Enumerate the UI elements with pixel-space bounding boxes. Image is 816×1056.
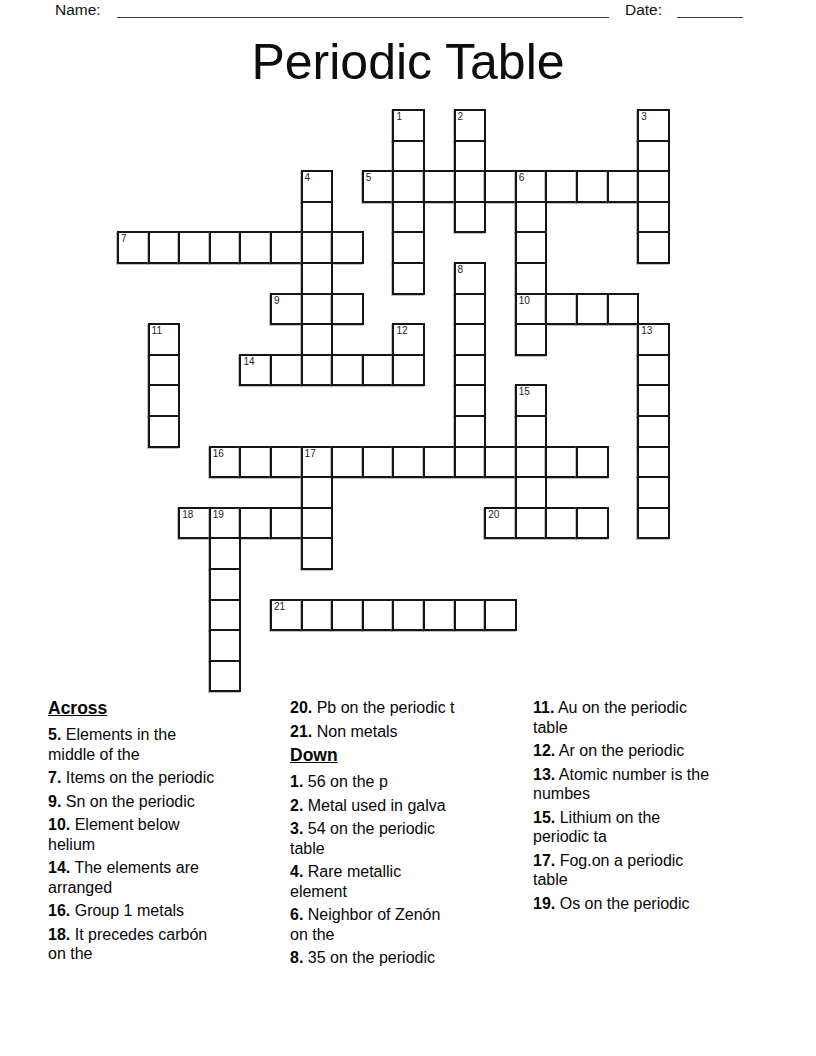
clue-down-15: 15. Lithium on theperiodic ta — [533, 808, 763, 847]
grid-cell-r16c3[interactable] — [209, 599, 242, 632]
grid-cell-r9c1[interactable] — [148, 384, 181, 417]
grid-cell-r10c13[interactable] — [515, 415, 548, 448]
grid-cell-r8c17[interactable] — [637, 354, 670, 387]
grid-cell-r13c17[interactable] — [637, 507, 670, 540]
grid-cell-r1c17[interactable] — [637, 140, 670, 173]
grid-cell-r2c6[interactable]: 4 — [301, 170, 334, 203]
grid-cell-r9c11[interactable] — [454, 384, 487, 417]
grid-number-2: 2 — [458, 111, 464, 122]
grid-number-11: 11 — [152, 325, 162, 336]
clue-down-4: 4. Rare metallicelement — [290, 862, 504, 901]
grid-cell-r13c3[interactable]: 19 — [209, 507, 242, 540]
grid-cell-r11c14[interactable] — [545, 446, 578, 479]
grid-cell-r4c4[interactable] — [239, 231, 272, 264]
grid-cell-r6c7[interactable] — [331, 293, 364, 326]
grid-number-13: 13 — [641, 325, 652, 336]
clue-across-5: 5. Elements in themiddle of the — [48, 725, 262, 764]
clue-across-14: 14. The elements arearranged — [48, 858, 262, 897]
grid-cell-r6c11[interactable] — [454, 293, 487, 326]
grid-number-4: 4 — [305, 172, 311, 183]
grid-cell-r13c14[interactable] — [545, 507, 578, 540]
grid-cell-r11c5[interactable] — [270, 446, 303, 479]
grid-cell-r16c6[interactable] — [301, 599, 334, 632]
grid-number-17: 17 — [305, 448, 316, 459]
grid-cell-r7c9[interactable]: 12 — [392, 323, 425, 356]
grid-cell-r4c5[interactable] — [270, 231, 303, 264]
grid-number-10: 10 — [519, 295, 530, 306]
grid-cell-r13c12[interactable]: 20 — [484, 507, 517, 540]
grid-cell-r13c2[interactable]: 18 — [178, 507, 211, 540]
clue-down-3: 3. 54 on the periodictable — [290, 819, 504, 858]
grid-cell-r15c3[interactable] — [209, 568, 242, 601]
grid-cell-r8c11[interactable] — [454, 354, 487, 387]
grid-cell-r2c15[interactable] — [576, 170, 609, 203]
grid-cell-r1c11[interactable] — [454, 140, 487, 173]
grid-cell-r13c15[interactable] — [576, 507, 609, 540]
grid-cell-r3c11[interactable] — [454, 201, 487, 234]
grid-cell-r10c17[interactable] — [637, 415, 670, 448]
grid-cell-r5c13[interactable] — [515, 262, 548, 295]
grid-cell-r8c8[interactable] — [362, 354, 395, 387]
grid-cell-r16c11[interactable] — [454, 599, 487, 632]
grid-cell-r9c17[interactable] — [637, 384, 670, 417]
grid-cell-r11c9[interactable] — [392, 446, 425, 479]
grid-cell-r0c11[interactable]: 2 — [454, 109, 487, 142]
date-fill-line[interactable] — [677, 1, 743, 18]
grid-number-20: 20 — [488, 509, 499, 520]
grid-cell-r12c17[interactable] — [637, 476, 670, 509]
grid-cell-r8c1[interactable] — [148, 354, 181, 387]
grid-cell-r6c16[interactable] — [607, 293, 640, 326]
grid-cell-r7c6[interactable] — [301, 323, 334, 356]
grid-cell-r6c14[interactable] — [545, 293, 578, 326]
grid-cell-r5c9[interactable] — [392, 262, 425, 295]
grid-cell-r6c5[interactable]: 9 — [270, 293, 303, 326]
grid-cell-r13c13[interactable] — [515, 507, 548, 540]
grid-cell-r2c14[interactable] — [545, 170, 578, 203]
grid-cell-r2c17[interactable] — [637, 170, 670, 203]
grid-number-9: 9 — [274, 295, 280, 306]
clue-down-1: 1. 56 on the p — [290, 772, 504, 792]
grid-cell-r11c11[interactable] — [454, 446, 487, 479]
grid-cell-r14c6[interactable] — [301, 537, 334, 570]
grid-number-1: 1 — [396, 111, 402, 122]
grid-cell-r16c7[interactable] — [331, 599, 364, 632]
grid-cell-r16c9[interactable] — [392, 599, 425, 632]
page-title: Periodic Table — [0, 33, 816, 91]
grid-number-5: 5 — [366, 172, 372, 183]
grid-cell-r13c4[interactable] — [239, 507, 272, 540]
grid-number-19: 19 — [213, 509, 224, 520]
grid-cell-r7c17[interactable]: 13 — [637, 323, 670, 356]
grid-cell-r11c10[interactable] — [423, 446, 456, 479]
grid-cell-r4c7[interactable] — [331, 231, 364, 264]
grid-cell-r18c3[interactable] — [209, 660, 242, 693]
grid-cell-r2c11[interactable] — [454, 170, 487, 203]
grid-cell-r6c15[interactable] — [576, 293, 609, 326]
name-label: Name: — [55, 1, 101, 19]
grid-cell-r9c13[interactable]: 15 — [515, 384, 548, 417]
grid-cell-r12c13[interactable] — [515, 476, 548, 509]
grid-cell-r17c3[interactable] — [209, 629, 242, 662]
grid-cell-r5c11[interactable]: 8 — [454, 262, 487, 295]
grid-cell-r11c13[interactable] — [515, 446, 548, 479]
grid-cell-r6c13[interactable]: 10 — [515, 293, 548, 326]
grid-cell-r10c1[interactable] — [148, 415, 181, 448]
grid-cell-r8c9[interactable] — [392, 354, 425, 387]
clue-down-2: 2. Metal used in galva — [290, 796, 504, 816]
clue-across-18: 18. It precedes carbónon the — [48, 925, 262, 964]
clue-column-down: 11. Au on the periodictable12. Ar on the… — [533, 698, 763, 917]
grid-cell-r7c11[interactable] — [454, 323, 487, 356]
grid-cell-r11c12[interactable] — [484, 446, 517, 479]
grid-cell-r13c6[interactable] — [301, 507, 334, 540]
grid-cell-r16c5[interactable]: 21 — [270, 599, 303, 632]
grid-cell-r7c1[interactable]: 11 — [148, 323, 181, 356]
grid-cell-r0c9[interactable]: 1 — [392, 109, 425, 142]
grid-cell-r8c7[interactable] — [331, 354, 364, 387]
clue-across-10: 10. Element belowhelium — [48, 815, 262, 854]
grid-cell-r4c0[interactable]: 7 — [117, 231, 150, 264]
grid-cell-r11c15[interactable] — [576, 446, 609, 479]
grid-cell-r16c10[interactable] — [423, 599, 456, 632]
grid-cell-r4c2[interactable] — [178, 231, 211, 264]
grid-cell-r6c6[interactable] — [301, 293, 334, 326]
grid-cell-r11c17[interactable] — [637, 446, 670, 479]
grid-cell-r8c4[interactable]: 14 — [239, 354, 272, 387]
grid-number-3: 3 — [641, 111, 647, 122]
grid-cell-r16c8[interactable] — [362, 599, 395, 632]
grid-cell-r14c3[interactable] — [209, 537, 242, 570]
grid-cell-r13c5[interactable] — [270, 507, 303, 540]
grid-cell-r4c3[interactable] — [209, 231, 242, 264]
grid-cell-r2c10[interactable] — [423, 170, 456, 203]
grid-number-15: 15 — [519, 386, 530, 397]
grid-cell-r2c8[interactable]: 5 — [362, 170, 395, 203]
grid-cell-r4c17[interactable] — [637, 231, 670, 264]
grid-cell-r2c16[interactable] — [607, 170, 640, 203]
grid-cell-r11c3[interactable]: 16 — [209, 446, 242, 479]
grid-cell-r4c13[interactable] — [515, 231, 548, 264]
grid-cell-r4c6[interactable] — [301, 231, 334, 264]
clue-down-17: 17. Fog.on a periodictable — [533, 851, 763, 890]
clue-across-21: 21. Non metals — [290, 722, 504, 742]
grid-cell-r8c5[interactable] — [270, 354, 303, 387]
grid-number-7: 7 — [121, 233, 127, 244]
grid-cell-r3c13[interactable] — [515, 201, 548, 234]
grid-cell-r11c8[interactable] — [362, 446, 395, 479]
grid-cell-r10c11[interactable] — [454, 415, 487, 448]
grid-cell-r2c12[interactable] — [484, 170, 517, 203]
grid-cell-r5c6[interactable] — [301, 262, 334, 295]
clue-down-8: 8. 35 on the periodic — [290, 948, 504, 968]
clue-across-7: 7. Items on the periodic — [48, 768, 262, 788]
across-heading: Across — [48, 698, 262, 719]
clue-down-11: 11. Au on the periodictable — [533, 698, 763, 737]
grid-number-14: 14 — [243, 356, 254, 367]
grid-cell-r11c7[interactable] — [331, 446, 364, 479]
date-label: Date: — [625, 1, 662, 19]
grid-cell-r1c9[interactable] — [392, 140, 425, 173]
clue-across-9: 9. Sn on the periodic — [48, 792, 262, 812]
grid-cell-r11c6[interactable]: 17 — [301, 446, 334, 479]
clue-down-19: 19. Os on the periodic — [533, 894, 763, 914]
grid-number-6: 6 — [519, 172, 525, 183]
clue-column-middle: 20. Pb on the periodic t21. Non metalsDo… — [290, 698, 504, 972]
clue-column-across: Across5. Elements in themiddle of the7. … — [48, 698, 262, 968]
grid-cell-r2c13[interactable]: 6 — [515, 170, 548, 203]
clue-down-6: 6. Neighbor of Zenónon the — [290, 905, 504, 944]
grid-cell-r16c12[interactable] — [484, 599, 517, 632]
grid-number-21: 21 — [274, 601, 285, 612]
grid-number-8: 8 — [458, 264, 464, 275]
grid-cell-r12c6[interactable] — [301, 476, 334, 509]
grid-number-18: 18 — [182, 509, 193, 520]
clue-down-12: 12. Ar on the periodic — [533, 741, 763, 761]
grid-cell-r7c13[interactable] — [515, 323, 548, 356]
grid-cell-r4c1[interactable] — [148, 231, 181, 264]
grid-cell-r3c9[interactable] — [392, 201, 425, 234]
clue-across-20: 20. Pb on the periodic t — [290, 698, 504, 718]
name-fill-line[interactable] — [117, 1, 609, 18]
grid-cell-r2c9[interactable] — [392, 170, 425, 203]
grid-number-12: 12 — [396, 325, 407, 336]
grid-cell-r4c9[interactable] — [392, 231, 425, 264]
grid-cell-r11c4[interactable] — [239, 446, 272, 479]
grid-cell-r3c6[interactable] — [301, 201, 334, 234]
grid-cell-r8c6[interactable] — [301, 354, 334, 387]
clue-down-13: 13. Atomic number is thenumbes — [533, 765, 763, 804]
clue-across-16: 16. Group 1 metals — [48, 901, 262, 921]
down-heading: Down — [290, 745, 504, 766]
grid-cell-r0c17[interactable]: 3 — [637, 109, 670, 142]
grid-cell-r3c17[interactable] — [637, 201, 670, 234]
grid-number-16: 16 — [213, 448, 224, 459]
